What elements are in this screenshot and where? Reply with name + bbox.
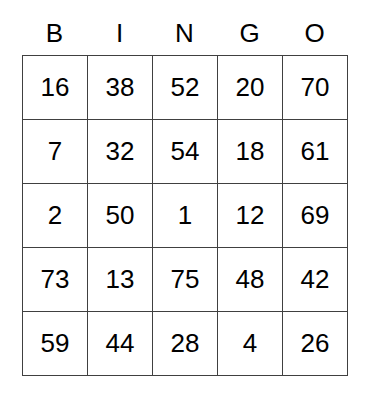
bingo-cell: 2 xyxy=(23,184,88,248)
bingo-cell: 26 xyxy=(283,312,348,376)
bingo-cell: 70 xyxy=(283,56,348,120)
bingo-column-letter: N xyxy=(152,20,217,55)
bingo-cell: 44 xyxy=(88,312,153,376)
bingo-column-letter: B xyxy=(22,20,87,55)
bingo-cell: 59 xyxy=(23,312,88,376)
bingo-cell: 69 xyxy=(283,184,348,248)
bingo-cell: 7 xyxy=(23,120,88,184)
bingo-column-letter: G xyxy=(217,20,282,55)
bingo-column-letter: O xyxy=(282,20,347,55)
bingo-cell: 4 xyxy=(218,312,283,376)
bingo-cell: 32 xyxy=(88,120,153,184)
bingo-cell: 1 xyxy=(153,184,218,248)
bingo-cell: 20 xyxy=(218,56,283,120)
bingo-cell: 75 xyxy=(153,248,218,312)
bingo-cell: 73 xyxy=(23,248,88,312)
bingo-cell: 12 xyxy=(218,184,283,248)
bingo-column-letter: I xyxy=(87,20,152,55)
bingo-cell: 61 xyxy=(283,120,348,184)
bingo-cell: 28 xyxy=(153,312,218,376)
bingo-header-row: BINGO xyxy=(22,0,368,55)
bingo-cell: 50 xyxy=(88,184,153,248)
bingo-cell: 52 xyxy=(153,56,218,120)
bingo-cell: 16 xyxy=(23,56,88,120)
bingo-cell: 48 xyxy=(218,248,283,312)
bingo-cell: 42 xyxy=(283,248,348,312)
bingo-cell: 54 xyxy=(153,120,218,184)
bingo-cell: 13 xyxy=(88,248,153,312)
bingo-cell: 38 xyxy=(88,56,153,120)
bingo-card: BINGO 1638522070732541861250112697313754… xyxy=(0,0,368,400)
bingo-grid: 1638522070732541861250112697313754842594… xyxy=(22,55,348,376)
bingo-cell: 18 xyxy=(218,120,283,184)
